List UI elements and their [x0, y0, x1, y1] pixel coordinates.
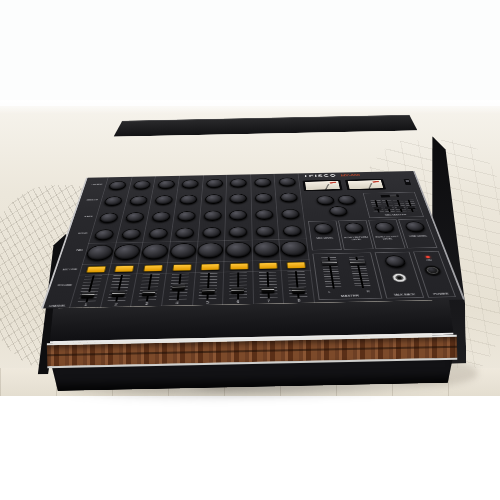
fader-slot: [237, 273, 239, 299]
model-name: MX-600: [340, 174, 360, 177]
channel-strip: 6: [222, 174, 253, 304]
cluster-knob: [337, 195, 356, 205]
channel-knob: [133, 180, 151, 189]
level-knob-row: MIC LEVELECHO RETURN LEVELECHO OUTPUT LE…: [308, 219, 440, 252]
fader-cap: [111, 290, 125, 297]
meter-toggle-switch: [404, 179, 412, 185]
monitor-echo-cluster: MIC MASTER: [304, 192, 427, 219]
pan-knob: [113, 244, 142, 260]
brand-logo: TEISCO: [303, 173, 337, 178]
vu-meter-face: [348, 180, 384, 189]
pan-knob: [141, 244, 169, 260]
master-fader-right: [349, 257, 371, 288]
mixing-console: TREBLEMIDDLEBASSECHOPANMIC LINEVOLUMECHA…: [31, 108, 469, 399]
control-panel: TREBLEMIDDLEBASSECHOPANMIC LINEVOLUMECHA…: [41, 171, 465, 308]
fader-cap: [291, 287, 304, 294]
level-knob: [344, 223, 365, 234]
channel-knob: [151, 212, 170, 222]
headphone-echo-knobs: [304, 193, 364, 219]
channel-number: 6: [223, 299, 253, 304]
talkback-knob: [383, 255, 406, 268]
channel-row-label: BASS: [84, 215, 93, 217]
channel-knob: [154, 195, 173, 205]
background-wall: [0, 0, 500, 104]
channel-knob: [205, 194, 223, 204]
fader-cap: [172, 284, 185, 291]
master-bottom-row: L R MASTER TALK BACK ON POWER: [312, 251, 458, 301]
mini-slider-cap: [396, 206, 403, 208]
channel-knob: [229, 226, 248, 237]
mini-slider-label: MIC MASTER: [369, 213, 422, 217]
channel-knob: [181, 179, 199, 188]
channel-knob: [177, 211, 196, 221]
channel-knob: [281, 209, 300, 219]
console-back-rail: [113, 114, 417, 136]
selector-slide-switch: [380, 194, 399, 197]
channel-row-label: VOLUME: [57, 284, 72, 287]
level-knob-label: LINE LEVEL: [404, 235, 432, 238]
vu-meter-left: [302, 180, 342, 191]
master-fader-left: [321, 257, 341, 289]
talkback-jack: [392, 273, 408, 282]
mini-slider-cap: [385, 206, 392, 208]
level-knob-label: MIC LEVEL: [311, 237, 339, 240]
channel-knob: [206, 179, 223, 188]
pan-knob: [253, 241, 279, 257]
channel-number: 7: [254, 299, 284, 304]
pan-knob: [225, 242, 251, 258]
mic-line-switch: [172, 264, 191, 271]
channel-knob: [202, 227, 221, 238]
level-knob-box: MIC LEVEL: [308, 221, 342, 251]
mic-line-switch: [86, 266, 106, 273]
level-knob-label: ECHO OUTPUT LEVEL: [373, 236, 402, 241]
channel-number: 8: [284, 298, 314, 303]
fader-cap: [262, 287, 275, 294]
channel-knob: [157, 180, 175, 189]
channel-row-label: MIC LINE: [62, 268, 77, 271]
channel-knob: [175, 228, 195, 239]
pan-knob: [197, 242, 223, 258]
power-button: [423, 265, 442, 275]
mic-line-switch: [287, 262, 306, 269]
master-left-label: L: [328, 291, 331, 294]
wood-trim-groove: [47, 346, 457, 357]
channel-knob: [229, 210, 247, 220]
fader-cap: [232, 287, 245, 294]
channel-knob: [256, 226, 275, 237]
channel-fader: [229, 272, 247, 299]
master-caption: MASTER: [319, 293, 381, 298]
power-led-label: ON: [417, 259, 442, 262]
mic-line-switch: [201, 264, 220, 271]
mini-slider-bank: [371, 200, 418, 213]
fader-cap: [350, 260, 366, 265]
channel-row-label: MIDDLE: [87, 199, 99, 201]
fader-slot: [266, 272, 269, 298]
channel-fader: [259, 272, 278, 299]
channel-knob: [179, 195, 197, 205]
channel-fader: [168, 274, 188, 301]
channel-knob: [99, 213, 119, 223]
mic-line-switch: [143, 265, 163, 272]
channel-knob: [108, 181, 127, 190]
master-right-label: R: [367, 290, 371, 293]
channel-knob: [94, 229, 115, 240]
mic-line-switch: [230, 263, 249, 270]
level-knob: [404, 221, 426, 232]
channel-fader: [138, 274, 160, 301]
channel-fader: [288, 271, 308, 298]
level-knob: [314, 223, 334, 234]
channel-knob: [254, 178, 271, 187]
channel-strip-area: 12345678: [69, 173, 315, 307]
fader-cap: [322, 261, 338, 266]
channel-knob: [255, 193, 273, 203]
channel-knob: [104, 196, 124, 206]
channel-row-label: ECHO: [78, 232, 88, 234]
fader-slot: [146, 274, 152, 300]
fader-cap: [81, 292, 95, 299]
cluster-knob: [329, 206, 349, 216]
level-knob: [374, 222, 395, 233]
vu-meter-pair: [302, 179, 405, 193]
talkback-caption: TALK BACK: [386, 292, 423, 296]
channel-row-label: PAN: [76, 249, 83, 252]
channel-number: 1: [70, 302, 101, 307]
mini-slider-cap: [408, 206, 416, 208]
mic-master-group: MIC MASTER: [363, 192, 424, 218]
pan-knob: [280, 241, 307, 257]
channel-fader: [108, 275, 131, 302]
power-caption: POWER: [427, 292, 454, 296]
pan-knob: [85, 245, 115, 261]
master-fader-box: L R MASTER: [312, 252, 382, 299]
mini-slider-cap: [374, 207, 381, 209]
level-knob-label: ECHO RETURN LEVEL: [342, 236, 371, 241]
pan-knob: [169, 243, 196, 259]
background-bottom: [0, 396, 500, 500]
channel-knob: [121, 229, 142, 240]
vu-meter-right: [345, 179, 386, 190]
channel-knob: [255, 209, 273, 219]
channel-number: 3: [131, 301, 161, 306]
channel-knob: [129, 196, 148, 206]
channel-knob: [230, 178, 247, 187]
channel-knob: [230, 194, 247, 204]
channel-knob: [278, 177, 295, 186]
mic-line-switch: [115, 265, 135, 272]
fader-cap: [141, 290, 155, 297]
power-led: [426, 256, 431, 258]
channel-number: 2: [101, 302, 131, 307]
vu-meter-face: [305, 181, 340, 190]
channel-fader: [199, 273, 218, 300]
channel-number: 4: [162, 301, 192, 306]
channel-row-label: CHANNEL: [48, 304, 66, 307]
photo-scene: TREBLEMIDDLEBASSECHOPANMIC LINEVOLUMECHA…: [0, 0, 500, 500]
channel-knob: [148, 228, 168, 239]
fader-slot: [116, 275, 124, 301]
cluster-knob: [316, 195, 335, 205]
channel-knob: [282, 225, 301, 236]
channel-knob: [125, 212, 145, 222]
channel-row-label: TREBLE: [91, 183, 103, 185]
mic-line-switch: [258, 262, 277, 269]
channel-knob: [280, 193, 298, 203]
channel-knob: [203, 211, 221, 221]
channel-number: 5: [193, 300, 223, 305]
fader-cap: [202, 288, 215, 295]
channel-fader: [77, 275, 102, 302]
fader-slot: [207, 273, 210, 299]
